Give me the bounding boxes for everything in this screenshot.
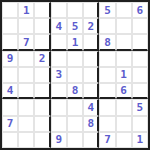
cell-r5c5[interactable]	[67, 67, 83, 83]
cell-r2c3[interactable]	[34, 18, 50, 34]
cell-r9c9[interactable]: 1	[132, 132, 148, 148]
cell-r3c8[interactable]	[116, 34, 132, 50]
cell-r1c5[interactable]	[67, 2, 83, 18]
cell-r6c6[interactable]	[83, 83, 99, 99]
cell-r2c4[interactable]: 4	[51, 18, 67, 34]
cell-r3c6[interactable]	[83, 34, 99, 50]
cell-r5c9[interactable]	[132, 67, 148, 83]
cell-r9c5[interactable]	[67, 132, 83, 148]
cell-r7c5[interactable]	[67, 99, 83, 115]
cell-r2c6[interactable]: 2	[83, 18, 99, 34]
cell-r1c6[interactable]	[83, 2, 99, 18]
cell-r5c4[interactable]: 3	[51, 67, 67, 83]
cell-r2c1[interactable]	[2, 18, 18, 34]
cell-r6c2[interactable]	[18, 83, 34, 99]
cell-r7c3[interactable]	[34, 99, 50, 115]
cell-r3c7[interactable]: 8	[99, 34, 115, 50]
cell-r9c6[interactable]	[83, 132, 99, 148]
cell-r6c4[interactable]	[51, 83, 67, 99]
cell-r3c5[interactable]: 1	[67, 34, 83, 50]
cell-r4c7[interactable]	[99, 51, 115, 67]
cell-r3c3[interactable]	[34, 34, 50, 50]
cell-r5c6[interactable]	[83, 67, 99, 83]
cell-r7c4[interactable]	[51, 99, 67, 115]
cell-r1c1[interactable]	[2, 2, 18, 18]
cell-r8c5[interactable]	[67, 116, 83, 132]
cell-r1c2[interactable]: 1	[18, 2, 34, 18]
cell-r2c8[interactable]	[116, 18, 132, 34]
cell-r2c9[interactable]	[132, 18, 148, 34]
cell-r1c3[interactable]	[34, 2, 50, 18]
cell-r1c9[interactable]: 6	[132, 2, 148, 18]
cell-r9c3[interactable]	[34, 132, 50, 148]
cell-r8c8[interactable]	[116, 116, 132, 132]
cell-r1c4[interactable]	[51, 2, 67, 18]
cell-r2c2[interactable]	[18, 18, 34, 34]
cell-r8c4[interactable]	[51, 116, 67, 132]
cell-r8c2[interactable]	[18, 116, 34, 132]
cell-r1c7[interactable]: 5	[99, 2, 115, 18]
cell-r6c3[interactable]	[34, 83, 50, 99]
cell-r7c9[interactable]: 5	[132, 99, 148, 115]
cell-r3c4[interactable]	[51, 34, 67, 50]
cell-r6c8[interactable]: 6	[116, 83, 132, 99]
cell-r9c1[interactable]	[2, 132, 18, 148]
cell-r8c6[interactable]: 8	[83, 116, 99, 132]
cell-r7c8[interactable]	[116, 99, 132, 115]
cell-r5c1[interactable]	[2, 67, 18, 83]
cell-r7c1[interactable]	[2, 99, 18, 115]
cell-r2c7[interactable]	[99, 18, 115, 34]
cell-r9c4[interactable]: 9	[51, 132, 67, 148]
cell-r6c5[interactable]: 8	[67, 83, 83, 99]
cell-r4c3[interactable]: 2	[34, 51, 50, 67]
cell-r3c1[interactable]	[2, 34, 18, 50]
cell-r4c4[interactable]	[51, 51, 67, 67]
cell-r4c9[interactable]	[132, 51, 148, 67]
cell-r9c2[interactable]	[18, 132, 34, 148]
cell-r9c8[interactable]	[116, 132, 132, 148]
cell-r4c5[interactable]	[67, 51, 83, 67]
cell-r5c2[interactable]	[18, 67, 34, 83]
cell-r5c3[interactable]	[34, 67, 50, 83]
cell-r7c2[interactable]	[18, 99, 34, 115]
cell-r3c2[interactable]: 7	[18, 34, 34, 50]
cell-r4c1[interactable]: 9	[2, 51, 18, 67]
cell-r4c8[interactable]	[116, 51, 132, 67]
cell-r5c8[interactable]: 1	[116, 67, 132, 83]
cell-r6c9[interactable]	[132, 83, 148, 99]
cell-r7c7[interactable]	[99, 99, 115, 115]
cell-r8c3[interactable]	[34, 116, 50, 132]
cell-r4c6[interactable]	[83, 51, 99, 67]
cell-r5c7[interactable]	[99, 67, 115, 83]
cell-r3c9[interactable]	[132, 34, 148, 50]
cell-r6c7[interactable]	[99, 83, 115, 99]
sudoku-board: 15645271892314864578971	[0, 0, 150, 150]
cell-r1c8[interactable]	[116, 2, 132, 18]
cell-r7c6[interactable]: 4	[83, 99, 99, 115]
cell-r2c5[interactable]: 5	[67, 18, 83, 34]
cell-r6c1[interactable]: 4	[2, 83, 18, 99]
cell-r8c9[interactable]	[132, 116, 148, 132]
cell-r4c2[interactable]	[18, 51, 34, 67]
cell-r8c1[interactable]: 7	[2, 116, 18, 132]
cell-r9c7[interactable]: 7	[99, 132, 115, 148]
cell-r8c7[interactable]	[99, 116, 115, 132]
